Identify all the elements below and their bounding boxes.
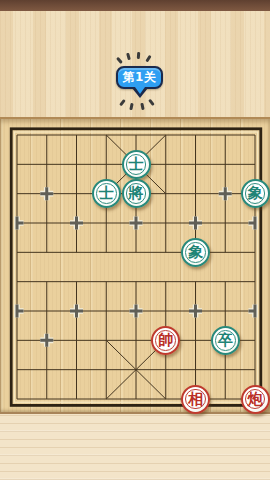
piece-glyph: 象	[188, 244, 203, 259]
piece-black-soldier[interactable]: 卒	[211, 326, 240, 355]
piece-black-advisor[interactable]: 士	[92, 179, 121, 208]
game-screen: 第1关 士士將象象卒帥相炮	[0, 0, 270, 480]
piece-black-general[interactable]: 將	[122, 179, 151, 208]
piece-black-elephant[interactable]: 象	[241, 179, 270, 208]
piece-red-cannon[interactable]: 炮	[241, 385, 270, 414]
piece-glyph: 士	[99, 186, 114, 201]
piece-black-advisor[interactable]: 士	[122, 150, 151, 179]
piece-glyph: 士	[129, 156, 144, 171]
piece-black-elephant[interactable]: 象	[181, 238, 210, 267]
piece-glyph: 相	[188, 391, 203, 406]
piece-red-elephant[interactable]: 相	[181, 385, 210, 414]
piece-glyph: 卒	[218, 332, 233, 347]
pieces-layer: 士士將象象卒帥相炮	[0, 0, 270, 480]
piece-red-general[interactable]: 帥	[151, 326, 180, 355]
piece-glyph: 將	[129, 186, 144, 201]
piece-glyph: 象	[248, 186, 263, 201]
piece-glyph: 炮	[248, 391, 263, 406]
piece-glyph: 帥	[158, 332, 173, 347]
